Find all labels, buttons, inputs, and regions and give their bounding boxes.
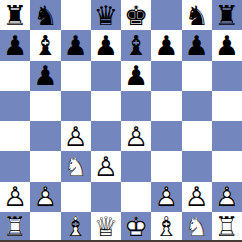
piece-glyph-outline: ♘ (64, 153, 88, 180)
square-d3[interactable]: ♟♙ (91, 151, 121, 181)
square-d8[interactable]: ♛ (91, 0, 121, 30)
square-f6[interactable] (151, 61, 181, 91)
square-c7[interactable]: ♟ (61, 30, 91, 60)
square-a1[interactable]: ♜♖ (0, 212, 30, 242)
piece-glyph-outline: ♙ (124, 123, 148, 150)
piece-white-knight-g1: ♞♘ (185, 213, 209, 240)
square-f4[interactable] (151, 121, 181, 151)
piece-black-king-e8: ♚ (124, 2, 148, 29)
piece-white-rook-a1: ♜♖ (3, 213, 27, 240)
square-a4[interactable] (0, 121, 30, 151)
square-c6[interactable] (61, 61, 91, 91)
square-g7[interactable]: ♟ (182, 30, 212, 60)
piece-glyph-outline: ♙ (33, 183, 57, 210)
square-e1[interactable]: ♚♔ (121, 212, 151, 242)
piece-white-pawn-c4: ♟♙ (64, 123, 88, 150)
square-d4[interactable] (91, 121, 121, 151)
square-f3[interactable] (151, 151, 181, 181)
square-b2[interactable]: ♟♙ (30, 182, 60, 212)
piece-glyph-outline: ♙ (185, 183, 209, 210)
piece-glyph-outline: ♙ (64, 123, 88, 150)
square-a2[interactable]: ♟♙ (0, 182, 30, 212)
square-b5[interactable] (30, 91, 60, 121)
square-c1[interactable]: ♝♗ (61, 212, 91, 242)
piece-white-queen-d1: ♛♕ (94, 213, 118, 240)
piece-glyph-outline: ♖ (3, 213, 27, 240)
square-b1[interactable] (30, 212, 60, 242)
piece-white-pawn-f2: ♟♙ (154, 183, 178, 210)
square-a7[interactable]: ♟ (0, 30, 30, 60)
square-h5[interactable] (212, 91, 242, 121)
square-g4[interactable] (182, 121, 212, 151)
piece-glyph-outline: ♔ (124, 213, 148, 240)
piece-black-pawn-c7: ♟ (64, 32, 88, 59)
piece-black-knight-b8: ♞ (33, 2, 57, 29)
piece-glyph-outline: ♙ (215, 183, 239, 210)
piece-white-pawn-e4: ♟♙ (124, 123, 148, 150)
square-b4[interactable] (30, 121, 60, 151)
square-f5[interactable] (151, 91, 181, 121)
piece-black-pawn-b6: ♟ (33, 62, 57, 89)
chessboard-screenshot: ♜♞♛♚♞♜♟♝♟♟♝♟♟♟♟♟♟♙♟♙♞♘♟♙♟♙♟♙♟♙♟♙♟♙♜♖♝♗♛♕… (0, 0, 242, 242)
square-c4[interactable]: ♟♙ (61, 121, 91, 151)
chess-board: ♜♞♛♚♞♜♟♝♟♟♝♟♟♟♟♟♟♙♟♙♞♘♟♙♟♙♟♙♟♙♟♙♟♙♜♖♝♗♛♕… (0, 0, 242, 242)
piece-black-rook-a8: ♜ (3, 2, 27, 29)
piece-black-pawn-f7: ♟ (154, 32, 178, 59)
square-a5[interactable] (0, 91, 30, 121)
square-b6[interactable]: ♟ (30, 61, 60, 91)
piece-glyph-outline: ♗ (154, 213, 178, 240)
piece-black-rook-h8: ♜ (215, 2, 239, 29)
square-h6[interactable] (212, 61, 242, 91)
square-g3[interactable] (182, 151, 212, 181)
square-h8[interactable]: ♜ (212, 0, 242, 30)
square-f7[interactable]: ♟ (151, 30, 181, 60)
square-c3[interactable]: ♞♘ (61, 151, 91, 181)
square-c2[interactable] (61, 182, 91, 212)
square-f2[interactable]: ♟♙ (151, 182, 181, 212)
square-h2[interactable]: ♟♙ (212, 182, 242, 212)
piece-black-pawn-e6: ♟ (124, 62, 148, 89)
square-g8[interactable]: ♞ (182, 0, 212, 30)
square-h3[interactable] (212, 151, 242, 181)
piece-glyph-outline: ♕ (94, 213, 118, 240)
piece-glyph-outline: ♖ (215, 213, 239, 240)
piece-white-pawn-d3: ♟♙ (94, 153, 118, 180)
square-a8[interactable]: ♜ (0, 0, 30, 30)
square-b8[interactable]: ♞ (30, 0, 60, 30)
square-e4[interactable]: ♟♙ (121, 121, 151, 151)
piece-black-knight-g8: ♞ (185, 2, 209, 29)
square-d5[interactable] (91, 91, 121, 121)
piece-white-bishop-f1: ♝♗ (154, 213, 178, 240)
square-d2[interactable] (91, 182, 121, 212)
piece-white-pawn-a2: ♟♙ (3, 183, 27, 210)
square-a3[interactable] (0, 151, 30, 181)
piece-glyph-outline: ♙ (94, 153, 118, 180)
piece-white-rook-h1: ♜♖ (215, 213, 239, 240)
square-e3[interactable] (121, 151, 151, 181)
square-b3[interactable] (30, 151, 60, 181)
square-d1[interactable]: ♛♕ (91, 212, 121, 242)
square-f8[interactable] (151, 0, 181, 30)
piece-white-knight-c3: ♞♘ (64, 153, 88, 180)
piece-white-bishop-c1: ♝♗ (64, 213, 88, 240)
piece-black-queen-d8: ♛ (94, 2, 118, 29)
square-g1[interactable]: ♞♘ (182, 212, 212, 242)
square-e5[interactable] (121, 91, 151, 121)
piece-glyph-outline: ♙ (154, 183, 178, 210)
square-h7[interactable]: ♟ (212, 30, 242, 60)
square-g5[interactable] (182, 91, 212, 121)
piece-glyph-outline: ♘ (185, 213, 209, 240)
square-d7[interactable]: ♟ (91, 30, 121, 60)
piece-glyph-outline: ♙ (3, 183, 27, 210)
square-c8[interactable] (61, 0, 91, 30)
piece-white-king-e1: ♚♔ (124, 213, 148, 240)
piece-black-bishop-b7: ♝ (33, 32, 57, 59)
square-c5[interactable] (61, 91, 91, 121)
square-d6[interactable] (91, 61, 121, 91)
piece-black-pawn-d7: ♟ (94, 32, 118, 59)
square-f1[interactable]: ♝♗ (151, 212, 181, 242)
piece-glyph-outline: ♗ (64, 213, 88, 240)
piece-black-pawn-g7: ♟ (185, 32, 209, 59)
piece-black-bishop-e7: ♝ (124, 32, 148, 59)
square-h4[interactable] (212, 121, 242, 151)
square-h1[interactable]: ♜♖ (212, 212, 242, 242)
square-a6[interactable] (0, 61, 30, 91)
piece-black-pawn-h7: ♟ (215, 32, 239, 59)
piece-white-pawn-g2: ♟♙ (185, 183, 209, 210)
square-b7[interactable]: ♝ (30, 30, 60, 60)
square-e2[interactable] (121, 182, 151, 212)
piece-white-pawn-h2: ♟♙ (215, 183, 239, 210)
piece-black-pawn-a7: ♟ (3, 32, 27, 59)
piece-white-pawn-b2: ♟♙ (33, 183, 57, 210)
square-e8[interactable]: ♚ (121, 0, 151, 30)
square-e7[interactable]: ♝ (121, 30, 151, 60)
square-e6[interactable]: ♟ (121, 61, 151, 91)
square-g6[interactable] (182, 61, 212, 91)
square-g2[interactable]: ♟♙ (182, 182, 212, 212)
